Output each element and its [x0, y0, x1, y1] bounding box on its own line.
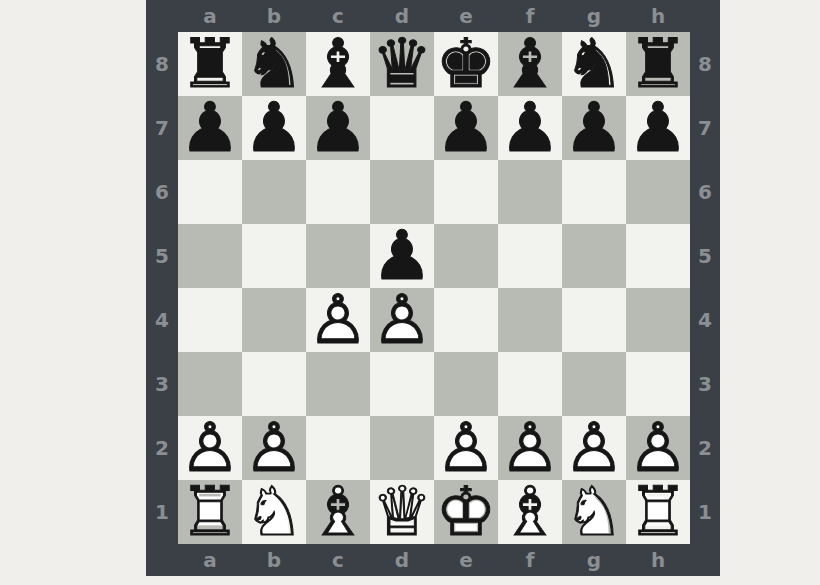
page-background: { "game": "chess", "position": { "fen": …	[0, 0, 820, 585]
rank-label-left-8: 8	[146, 32, 178, 96]
black-pawn-g7[interactable]: ♟	[562, 96, 626, 160]
square-d8[interactable]: ♛	[370, 32, 434, 96]
black-knight-g8[interactable]: ♞	[562, 32, 626, 96]
white-bishop-c1[interactable]: ♗	[306, 480, 370, 544]
square-d6[interactable]	[370, 160, 434, 224]
white-pawn-c4[interactable]: ♙	[306, 288, 370, 352]
white-pawn-e2[interactable]: ♙	[434, 416, 498, 480]
square-e7[interactable]: ♟	[434, 96, 498, 160]
rank-label-left-4: 4	[146, 288, 178, 352]
black-rook-h8[interactable]: ♜	[626, 32, 690, 96]
square-h5[interactable]	[626, 224, 690, 288]
square-c8[interactable]: ♝	[306, 32, 370, 96]
black-king-e8[interactable]: ♚	[434, 32, 498, 96]
square-f4[interactable]	[498, 288, 562, 352]
square-d4[interactable]: ♟♙	[370, 288, 434, 352]
square-d2[interactable]	[370, 416, 434, 480]
square-g6[interactable]	[562, 160, 626, 224]
black-bishop-f8[interactable]: ♝	[498, 32, 562, 96]
square-d5[interactable]: ♟	[370, 224, 434, 288]
square-h3[interactable]	[626, 352, 690, 416]
square-f3[interactable]	[498, 352, 562, 416]
square-g2[interactable]: ♟♙	[562, 416, 626, 480]
square-e3[interactable]	[434, 352, 498, 416]
black-pawn-a7[interactable]: ♟	[178, 96, 242, 160]
square-e8[interactable]: ♚	[434, 32, 498, 96]
square-a3[interactable]	[178, 352, 242, 416]
rank-labels-left: 87654321	[146, 32, 178, 544]
square-e1[interactable]: ♚♔	[434, 480, 498, 544]
rank-label-right-3: 3	[690, 352, 720, 416]
square-c1[interactable]: ♝♗	[306, 480, 370, 544]
square-c6[interactable]	[306, 160, 370, 224]
square-b7[interactable]: ♟	[242, 96, 306, 160]
square-a7[interactable]: ♟	[178, 96, 242, 160]
rank-label-left-5: 5	[146, 224, 178, 288]
black-pawn-b7[interactable]: ♟	[242, 96, 306, 160]
square-a2[interactable]: ♟♙	[178, 416, 242, 480]
square-e6[interactable]	[434, 160, 498, 224]
square-b1[interactable]: ♞♘	[242, 480, 306, 544]
square-h4[interactable]	[626, 288, 690, 352]
rank-label-left-2: 2	[146, 416, 178, 480]
square-e4[interactable]	[434, 288, 498, 352]
square-g4[interactable]	[562, 288, 626, 352]
rank-label-left-7: 7	[146, 96, 178, 160]
black-pawn-e7[interactable]: ♟	[434, 96, 498, 160]
square-a1[interactable]: ♜♖	[178, 480, 242, 544]
square-e5[interactable]	[434, 224, 498, 288]
square-d7[interactable]	[370, 96, 434, 160]
square-f6[interactable]	[498, 160, 562, 224]
square-a8[interactable]: ♜	[178, 32, 242, 96]
white-pawn-d4[interactable]: ♙	[370, 288, 434, 352]
square-g5[interactable]	[562, 224, 626, 288]
rank-label-left-6: 6	[146, 160, 178, 224]
rank-label-right-8: 8	[690, 32, 720, 96]
square-c7[interactable]: ♟	[306, 96, 370, 160]
black-pawn-c7[interactable]: ♟	[306, 96, 370, 160]
square-b2[interactable]: ♟♙	[242, 416, 306, 480]
square-f5[interactable]	[498, 224, 562, 288]
square-a4[interactable]	[178, 288, 242, 352]
square-a6[interactable]	[178, 160, 242, 224]
rank-label-right-1: 1	[690, 480, 720, 544]
square-b3[interactable]	[242, 352, 306, 416]
black-pawn-f7[interactable]: ♟	[498, 96, 562, 160]
rank-label-right-7: 7	[690, 96, 720, 160]
square-d1[interactable]: ♛♕	[370, 480, 434, 544]
square-g1[interactable]: ♞♘	[562, 480, 626, 544]
square-g7[interactable]: ♟	[562, 96, 626, 160]
square-e2[interactable]: ♟♙	[434, 416, 498, 480]
square-h7[interactable]: ♟	[626, 96, 690, 160]
white-knight-b1[interactable]: ♘	[242, 480, 306, 544]
white-rook-h1[interactable]: ♖	[626, 480, 690, 544]
white-pawn-b2[interactable]: ♙	[242, 416, 306, 480]
square-h2[interactable]: ♟♙	[626, 416, 690, 480]
square-c3[interactable]	[306, 352, 370, 416]
chessboard-frame: abcdefgh 87654321 87654321 abcdefgh ♜♞♝♛…	[146, 0, 720, 576]
square-a5[interactable]	[178, 224, 242, 288]
rank-label-left-1: 1	[146, 480, 178, 544]
square-h1[interactable]: ♜♖	[626, 480, 690, 544]
black-knight-b8[interactable]: ♞	[242, 32, 306, 96]
rank-labels-right: 87654321	[690, 32, 720, 544]
rank-label-right-4: 4	[690, 288, 720, 352]
black-pawn-h7[interactable]: ♟	[626, 96, 690, 160]
white-pawn-f2[interactable]: ♙	[498, 416, 562, 480]
square-h6[interactable]	[626, 160, 690, 224]
square-h8[interactable]: ♜	[626, 32, 690, 96]
black-bishop-c8[interactable]: ♝	[306, 32, 370, 96]
square-f7[interactable]: ♟	[498, 96, 562, 160]
square-f1[interactable]: ♝♗	[498, 480, 562, 544]
chessboard[interactable]: ♜♞♝♛♚♝♞♜♟♟♟♟♟♟♟♟♟♙♟♙♟♙♟♙♟♙♟♙♟♙♟♙♜♖♞♘♝♗♛♕…	[178, 32, 690, 544]
black-pawn-d5[interactable]: ♟	[370, 224, 434, 288]
square-c5[interactable]	[306, 224, 370, 288]
square-b8[interactable]: ♞	[242, 32, 306, 96]
square-d3[interactable]	[370, 352, 434, 416]
square-c2[interactable]	[306, 416, 370, 480]
rank-label-right-6: 6	[690, 160, 720, 224]
black-queen-d8[interactable]: ♛	[370, 32, 434, 96]
square-f8[interactable]: ♝	[498, 32, 562, 96]
square-f2[interactable]: ♟♙	[498, 416, 562, 480]
square-g8[interactable]: ♞	[562, 32, 626, 96]
rank-label-right-2: 2	[690, 416, 720, 480]
white-pawn-a2[interactable]: ♙	[178, 416, 242, 480]
white-pawn-g2[interactable]: ♙	[562, 416, 626, 480]
square-b4[interactable]	[242, 288, 306, 352]
square-g3[interactable]	[562, 352, 626, 416]
square-b6[interactable]	[242, 160, 306, 224]
rank-label-right-5: 5	[690, 224, 720, 288]
white-rook-a1[interactable]: ♖	[178, 480, 242, 544]
white-knight-g1[interactable]: ♘	[562, 480, 626, 544]
white-king-e1[interactable]: ♔	[434, 480, 498, 544]
black-rook-a8[interactable]: ♜	[178, 32, 242, 96]
white-queen-d1[interactable]: ♕	[370, 480, 434, 544]
rank-label-left-3: 3	[146, 352, 178, 416]
square-b5[interactable]	[242, 224, 306, 288]
white-pawn-h2[interactable]: ♙	[626, 416, 690, 480]
square-c4[interactable]: ♟♙	[306, 288, 370, 352]
white-bishop-f1[interactable]: ♗	[498, 480, 562, 544]
